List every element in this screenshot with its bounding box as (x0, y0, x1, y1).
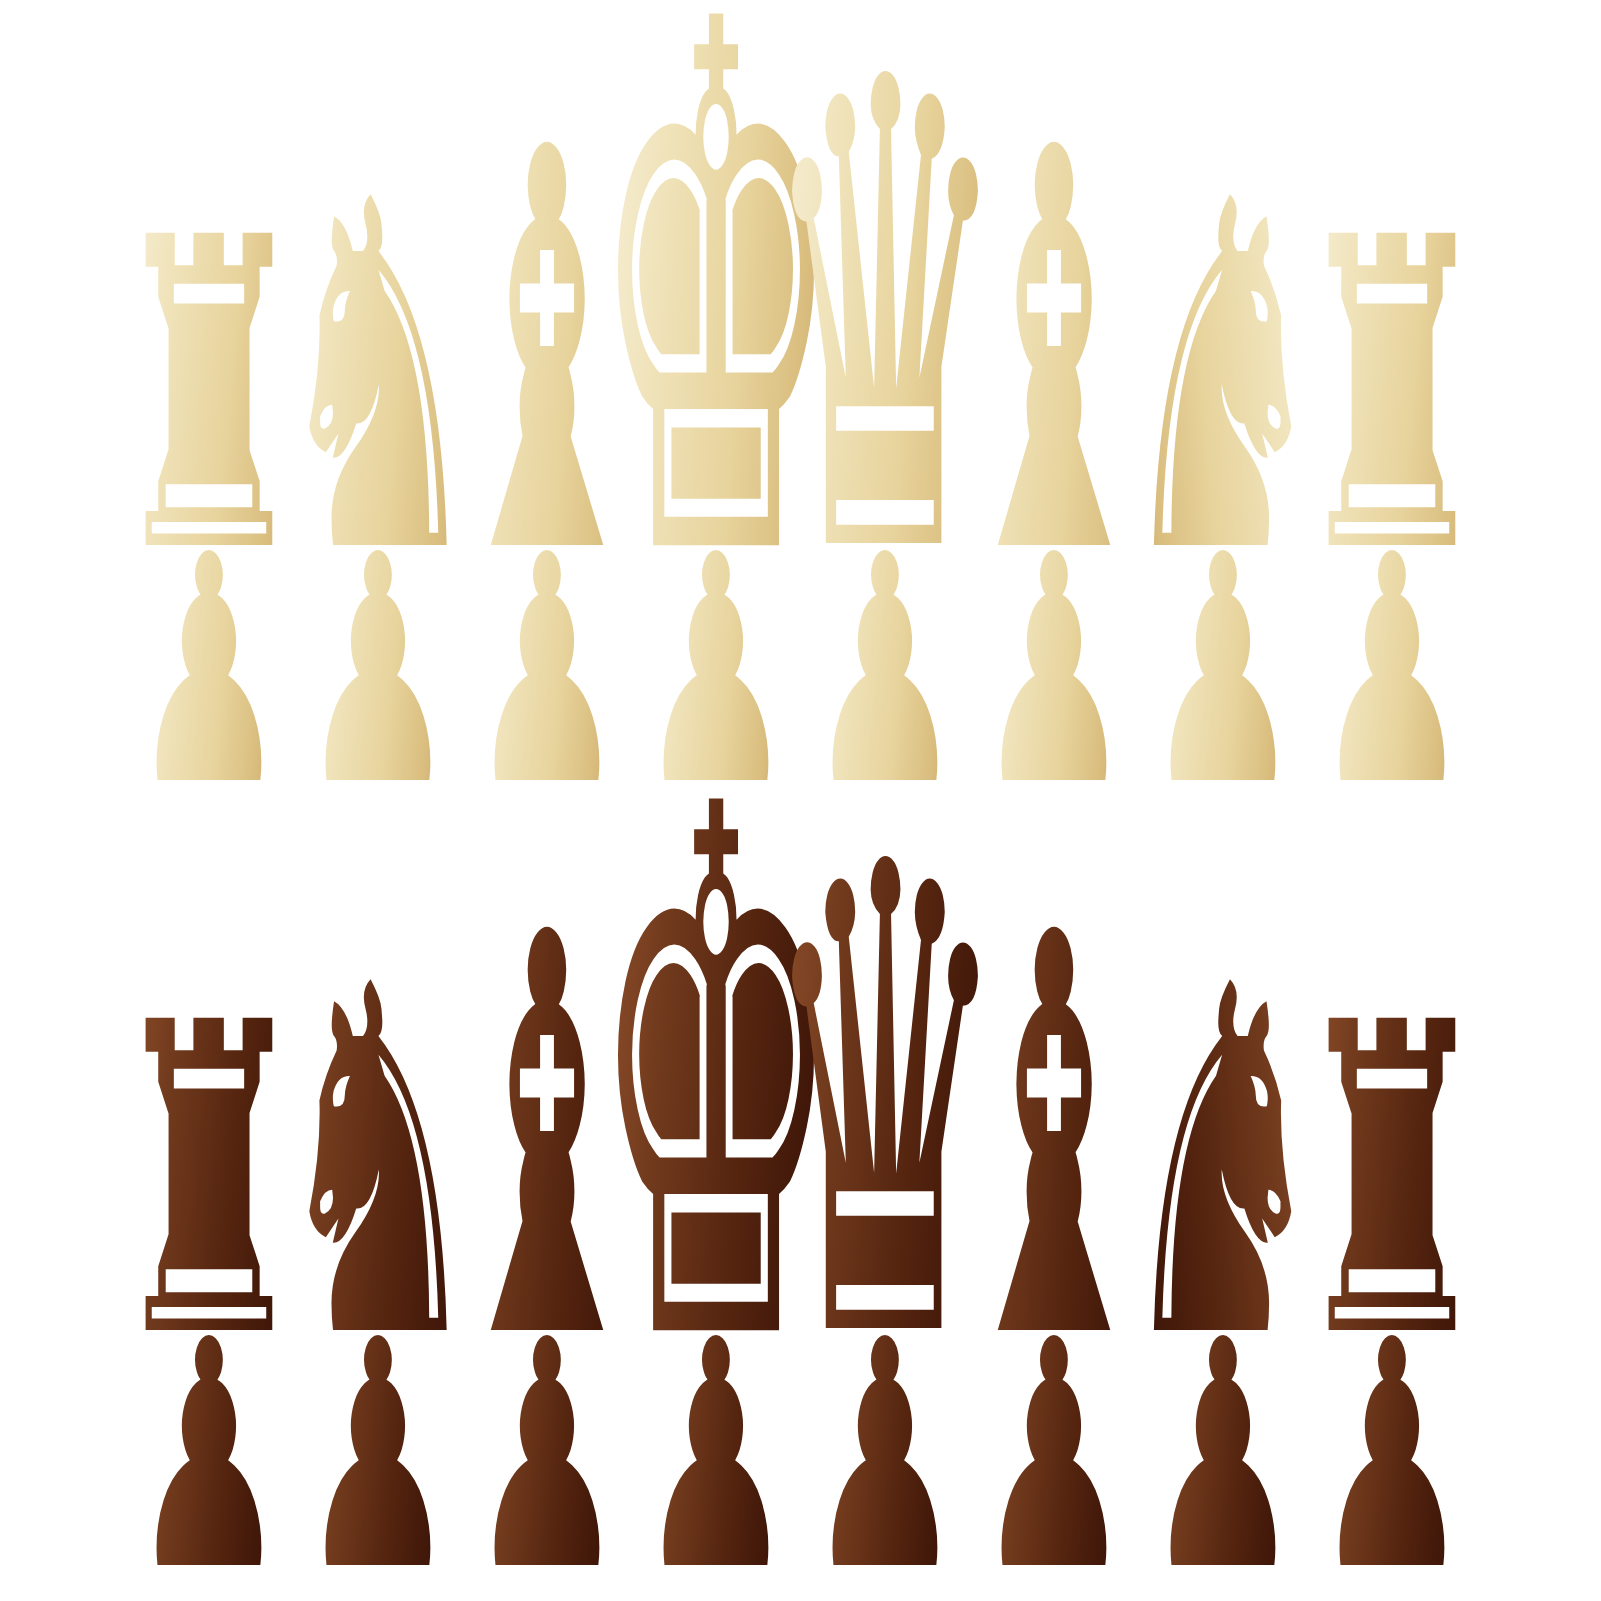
dark-pawn-4: ♟ (638, 1298, 795, 1601)
dark-rook-left-slot: ♜ (125, 1140, 294, 1330)
dark-pawn-6-slot: ♟ (970, 1417, 1139, 1565)
light-rook-right: ♜ (1291, 183, 1493, 611)
light-pawn-4: ♟ (638, 513, 795, 828)
dark-knight-right: ♞ (1115, 924, 1330, 1404)
light-king-slot: ♚ (632, 308, 801, 545)
dark-pawn-1-slot: ♟ (125, 1417, 294, 1565)
dark-bishop-right: ♝ (946, 863, 1161, 1415)
light-rook-right-slot: ♜ (1308, 355, 1477, 545)
dark-rook-right-slot: ♜ (1308, 1140, 1477, 1330)
light-bishop-left-slot: ♝ (463, 342, 632, 545)
light-pawn-3: ♟ (469, 513, 626, 828)
dark-king: ♚ (591, 714, 842, 1442)
dark-pawn-1: ♟ (131, 1298, 288, 1601)
light-pawn-1: ♟ (131, 513, 288, 828)
light-pawn-2-slot: ♟ (294, 632, 463, 780)
dark-pawn-4-slot: ♟ (632, 1417, 801, 1565)
light-pawn-6: ♟ (976, 513, 1133, 828)
light-pawn-7-slot: ♟ (1139, 632, 1308, 780)
dark-pawn-row: ♟ ♟ ♟ ♟ ♟ ♟ ♟ ♟ (0, 1417, 1601, 1565)
dark-pawn-5: ♟ (807, 1298, 964, 1601)
light-pawn-8: ♟ (1314, 513, 1471, 828)
light-pawn-row: ♟ ♟ ♟ ♟ ♟ ♟ ♟ ♟ (0, 632, 1601, 780)
dark-pawn-5-slot: ♟ (801, 1417, 970, 1565)
light-bishop-right-slot: ♝ (970, 342, 1139, 545)
dark-bishop-right-slot: ♝ (970, 1127, 1139, 1330)
dark-bishop-left-slot: ♝ (463, 1127, 632, 1330)
dark-queen: ♛ (762, 783, 1009, 1429)
dark-pawn-3-slot: ♟ (463, 1417, 632, 1565)
dark-pawn-2-slot: ♟ (294, 1417, 463, 1565)
light-queen-slot: ♛ (801, 312, 970, 545)
dark-rook-right: ♜ (1291, 968, 1493, 1396)
dark-queen-slot: ♛ (801, 1097, 970, 1330)
dark-major-row: ♜ ♞ ♝ ♚ ♛ ♝ ♞ ♜ (0, 1093, 1601, 1330)
dark-knight-right-slot: ♞ (1139, 1127, 1308, 1330)
dark-pawn-3: ♟ (469, 1298, 626, 1601)
dark-king-slot: ♚ (632, 1093, 801, 1330)
light-pawn-7: ♟ (1145, 513, 1302, 828)
dark-pawn-6: ♟ (976, 1298, 1133, 1601)
light-pawn-6-slot: ♟ (970, 632, 1139, 780)
light-queen: ♛ (762, 0, 1009, 645)
light-pawn-8-slot: ♟ (1308, 632, 1477, 780)
dark-knight-left-slot: ♞ (294, 1127, 463, 1330)
dark-bishop-left: ♝ (439, 863, 654, 1415)
dark-pawn-7-slot: ♟ (1139, 1417, 1308, 1565)
light-rook-left-slot: ♜ (125, 355, 294, 545)
light-knight-right: ♞ (1115, 139, 1330, 619)
dark-pawn-8: ♟ (1314, 1298, 1471, 1601)
dark-rook-left: ♜ (108, 968, 310, 1396)
dark-pawn-2: ♟ (300, 1298, 457, 1601)
light-pawn-2: ♟ (300, 513, 457, 828)
dark-pawn-8-slot: ♟ (1308, 1417, 1477, 1565)
light-rook-left: ♜ (108, 183, 310, 611)
light-knight-left-slot: ♞ (294, 342, 463, 545)
light-knight-right-slot: ♞ (1139, 342, 1308, 545)
chess-set-photo: ♜ ♞ ♝ ♚ ♛ ♝ ♞ ♜ ♟ ♟ ♟ ♟ ♟ ♟ ♟ ♟ ♜ ♞ ♝ ♚ … (0, 0, 1601, 1601)
dark-knight-left: ♞ (270, 924, 485, 1404)
light-king: ♚ (591, 0, 842, 657)
light-pawn-4-slot: ♟ (632, 632, 801, 780)
light-bishop-right: ♝ (946, 78, 1161, 630)
light-pawn-5-slot: ♟ (801, 632, 970, 780)
light-pawn-5: ♟ (807, 513, 964, 828)
light-pawn-3-slot: ♟ (463, 632, 632, 780)
light-major-row: ♜ ♞ ♝ ♚ ♛ ♝ ♞ ♜ (0, 308, 1601, 545)
dark-pawn-7: ♟ (1145, 1298, 1302, 1601)
light-knight-left: ♞ (270, 139, 485, 619)
light-pawn-1-slot: ♟ (125, 632, 294, 780)
light-bishop-left: ♝ (439, 78, 654, 630)
